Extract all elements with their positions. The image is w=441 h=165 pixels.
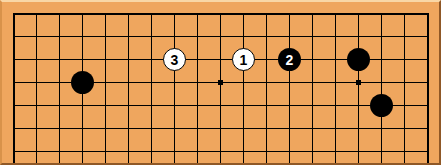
grid-line-horizontal (393, 36, 416, 37)
grid-line-horizontal (94, 105, 117, 106)
grid-line-horizontal (301, 13, 324, 15)
board-intersection (393, 25, 416, 48)
board-intersection (94, 48, 117, 71)
grid-line-horizontal (347, 105, 370, 106)
grid-line-horizontal (370, 59, 393, 60)
board-intersection (2, 2, 25, 25)
board-intersection (209, 25, 232, 48)
grid-line-horizontal (255, 128, 278, 129)
board-intersection (255, 94, 278, 117)
black-stone (347, 48, 370, 71)
board-intersection (278, 71, 301, 94)
board-intersection (48, 48, 71, 71)
board-intersection (163, 25, 186, 48)
board-intersection (117, 94, 140, 117)
board-intersection (255, 25, 278, 48)
grid-line-horizontal (278, 128, 301, 129)
move-number: 3 (171, 53, 179, 67)
board-intersection (71, 2, 94, 25)
board-intersection (71, 94, 94, 117)
grid-line-horizontal (117, 128, 140, 129)
grid-line-horizontal (48, 13, 71, 15)
grid-line-horizontal (94, 128, 117, 129)
board-intersection (370, 94, 393, 117)
grid-line-horizontal (117, 82, 140, 83)
black-stone (370, 94, 393, 117)
board-intersection (393, 71, 416, 94)
board-intersection (117, 25, 140, 48)
board-intersection (140, 25, 163, 48)
grid-line-horizontal (163, 13, 186, 15)
black-stone (71, 71, 94, 94)
board-intersection (71, 117, 94, 140)
board-intersection (71, 48, 94, 71)
board-intersection (25, 48, 48, 71)
grid-line-horizontal (140, 82, 163, 83)
board-intersection (140, 48, 163, 71)
board-intersection (94, 25, 117, 48)
grid-line-horizontal (232, 13, 255, 15)
grid-line-horizontal (416, 128, 429, 129)
grid-line-horizontal (25, 151, 48, 152)
grid-line-horizontal (416, 151, 429, 152)
board-intersection (186, 117, 209, 140)
grid-line-horizontal (301, 82, 324, 83)
grid-line-horizontal (71, 13, 94, 15)
board-intersection (324, 117, 347, 140)
board-intersection (324, 25, 347, 48)
board-intersection (278, 25, 301, 48)
board-intersection (416, 2, 439, 25)
grid-line-horizontal (25, 105, 48, 106)
board-intersection (278, 94, 301, 117)
grid-line-horizontal (13, 13, 26, 15)
board-intersection (232, 2, 255, 25)
board-grid: 312 (2, 2, 439, 163)
board-intersection (117, 117, 140, 140)
grid-line-horizontal (13, 36, 26, 37)
board-intersection (232, 140, 255, 163)
grid-line-horizontal (370, 128, 393, 129)
white-stone-move-3: 3 (163, 48, 186, 71)
grid-line-horizontal (209, 151, 232, 152)
grid-line-horizontal (347, 36, 370, 37)
grid-line-horizontal (232, 82, 255, 83)
grid-line-horizontal (25, 82, 48, 83)
board-intersection (117, 2, 140, 25)
board-intersection (278, 2, 301, 25)
grid-line-horizontal (71, 105, 94, 106)
board-intersection (255, 2, 278, 25)
board-intersection: 1 (232, 48, 255, 71)
grid-line-horizontal (347, 151, 370, 152)
grid-line-horizontal (324, 36, 347, 37)
board-intersection (232, 71, 255, 94)
grid-line-horizontal (393, 82, 416, 83)
board-intersection (347, 71, 370, 94)
board-intersection (278, 140, 301, 163)
star-point (356, 80, 361, 85)
board-intersection (25, 94, 48, 117)
board-intersection (94, 2, 117, 25)
grid-line-horizontal (13, 128, 26, 129)
grid-line-horizontal (255, 36, 278, 37)
board-intersection (370, 25, 393, 48)
grid-line-horizontal (278, 105, 301, 106)
go-diagram: 312 (0, 0, 441, 165)
black-stone-move-2: 2 (278, 48, 301, 71)
grid-line-horizontal (370, 82, 393, 83)
board-intersection (370, 48, 393, 71)
grid-line-horizontal (232, 36, 255, 37)
board-intersection (94, 71, 117, 94)
grid-line-horizontal (25, 13, 48, 15)
board-intersection (48, 2, 71, 25)
grid-line-horizontal (370, 13, 393, 15)
grid-line-horizontal (255, 105, 278, 106)
grid-line-horizontal (163, 128, 186, 129)
board-intersection (48, 94, 71, 117)
board-intersection (48, 140, 71, 163)
grid-line-horizontal (324, 82, 347, 83)
board-intersection (25, 25, 48, 48)
grid-line-horizontal (393, 128, 416, 129)
grid-line-horizontal (370, 36, 393, 37)
grid-line-horizontal (347, 128, 370, 129)
board-intersection (163, 71, 186, 94)
grid-line-horizontal (324, 151, 347, 152)
grid-line-horizontal (232, 128, 255, 129)
board-intersection (347, 94, 370, 117)
grid-line-horizontal (25, 59, 48, 60)
board-intersection (209, 2, 232, 25)
go-board: 312 (0, 0, 441, 165)
board-intersection (416, 25, 439, 48)
grid-line-horizontal (186, 128, 209, 129)
grid-line-horizontal (140, 36, 163, 37)
grid-line-horizontal (278, 13, 301, 15)
grid-line-horizontal (94, 13, 117, 15)
grid-line-horizontal (71, 151, 94, 152)
board-intersection (25, 2, 48, 25)
board-intersection (370, 2, 393, 25)
board-intersection (25, 140, 48, 163)
grid-line-horizontal (13, 105, 26, 106)
grid-line-horizontal (416, 13, 429, 15)
grid-line-horizontal (209, 59, 232, 60)
board-intersection (140, 71, 163, 94)
board-intersection (163, 117, 186, 140)
board-intersection (94, 117, 117, 140)
grid-line-horizontal (255, 59, 278, 60)
board-intersection (347, 25, 370, 48)
grid-line-horizontal (278, 151, 301, 152)
board-intersection (2, 25, 25, 48)
board-intersection (324, 48, 347, 71)
board-intersection (209, 71, 232, 94)
board-intersection (2, 71, 25, 94)
board-intersection (25, 71, 48, 94)
board-intersection (324, 94, 347, 117)
grid-line-horizontal (48, 128, 71, 129)
board-intersection (347, 48, 370, 71)
grid-line-horizontal (301, 59, 324, 60)
board-intersection (278, 117, 301, 140)
grid-line-horizontal (48, 151, 71, 152)
grid-line-horizontal (117, 105, 140, 106)
board-intersection: 2 (278, 48, 301, 71)
board-intersection (186, 94, 209, 117)
grid-line-horizontal (48, 36, 71, 37)
grid-line-horizontal (94, 82, 117, 83)
grid-line-horizontal (301, 105, 324, 106)
board-intersection (186, 2, 209, 25)
board-intersection (2, 140, 25, 163)
grid-line-horizontal (232, 105, 255, 106)
board-intersection (71, 140, 94, 163)
board-intersection (186, 25, 209, 48)
grid-line-horizontal (13, 82, 26, 83)
board-intersection (416, 140, 439, 163)
board-intersection (393, 48, 416, 71)
grid-line-horizontal (324, 105, 347, 106)
board-intersection (301, 25, 324, 48)
board-intersection (416, 71, 439, 94)
board-intersection (301, 117, 324, 140)
board-intersection (140, 117, 163, 140)
board-intersection (393, 2, 416, 25)
board-intersection (209, 94, 232, 117)
board-intersection (232, 117, 255, 140)
move-number: 2 (286, 53, 294, 67)
grid-line-horizontal (140, 13, 163, 15)
grid-line-horizontal (347, 13, 370, 15)
grid-line-horizontal (13, 59, 26, 60)
board-intersection (416, 117, 439, 140)
board-intersection (140, 140, 163, 163)
white-stone-move-1: 1 (232, 48, 255, 71)
board-intersection (393, 94, 416, 117)
grid-line-horizontal (117, 13, 140, 15)
grid-line-horizontal (186, 151, 209, 152)
board-intersection (416, 48, 439, 71)
board-intersection (48, 117, 71, 140)
grid-line-horizontal (301, 36, 324, 37)
board-intersection (71, 71, 94, 94)
board-intersection (232, 25, 255, 48)
grid-line-horizontal (140, 59, 163, 60)
board-intersection (324, 140, 347, 163)
board-intersection (94, 140, 117, 163)
board-intersection (416, 94, 439, 117)
grid-line-horizontal (324, 13, 347, 15)
board-intersection (370, 71, 393, 94)
grid-line-horizontal (48, 59, 71, 60)
board-intersection (186, 140, 209, 163)
grid-line-horizontal (186, 36, 209, 37)
board-intersection (117, 71, 140, 94)
grid-line-horizontal (255, 13, 278, 15)
board-intersection (48, 71, 71, 94)
grid-line-horizontal (301, 151, 324, 152)
board-intersection (140, 2, 163, 25)
board-intersection (140, 94, 163, 117)
grid-line-horizontal (324, 128, 347, 129)
board-intersection (2, 117, 25, 140)
board-intersection (2, 48, 25, 71)
board-intersection (186, 71, 209, 94)
board-intersection (301, 2, 324, 25)
board-intersection (370, 117, 393, 140)
grid-line-horizontal (140, 128, 163, 129)
board-intersection (117, 48, 140, 71)
grid-line-horizontal (393, 59, 416, 60)
board-intersection (186, 48, 209, 71)
grid-line-horizontal (209, 128, 232, 129)
grid-line-horizontal (393, 105, 416, 106)
grid-line-horizontal (163, 151, 186, 152)
grid-line-horizontal (393, 13, 416, 15)
board-intersection (209, 117, 232, 140)
star-point (218, 80, 223, 85)
grid-line-horizontal (186, 82, 209, 83)
grid-line-horizontal (163, 105, 186, 106)
grid-line-horizontal (278, 36, 301, 37)
grid-line-horizontal (48, 105, 71, 106)
board-intersection (347, 117, 370, 140)
board-intersection: 3 (163, 48, 186, 71)
board-intersection (255, 117, 278, 140)
grid-line-horizontal (25, 128, 48, 129)
grid-line-horizontal (117, 36, 140, 37)
board-intersection (370, 140, 393, 163)
grid-line-horizontal (416, 59, 429, 60)
grid-line-horizontal (209, 105, 232, 106)
board-intersection (255, 140, 278, 163)
board-intersection (301, 140, 324, 163)
grid-line-horizontal (393, 151, 416, 152)
grid-line-horizontal (416, 105, 429, 106)
grid-line-horizontal (163, 36, 186, 37)
grid-line-horizontal (163, 82, 186, 83)
grid-line-horizontal (13, 151, 26, 152)
board-intersection (301, 71, 324, 94)
board-intersection (71, 25, 94, 48)
grid-line-horizontal (278, 82, 301, 83)
board-intersection (324, 71, 347, 94)
grid-line-horizontal (140, 151, 163, 152)
move-number: 1 (240, 53, 248, 67)
grid-line-horizontal (186, 13, 209, 15)
grid-line-horizontal (94, 36, 117, 37)
grid-line-horizontal (186, 105, 209, 106)
grid-line-horizontal (209, 13, 232, 15)
board-intersection (2, 94, 25, 117)
grid-line-horizontal (48, 82, 71, 83)
board-intersection (301, 94, 324, 117)
grid-line-horizontal (255, 151, 278, 152)
grid-line-horizontal (140, 105, 163, 106)
grid-line-horizontal (117, 151, 140, 152)
grid-line-horizontal (71, 59, 94, 60)
grid-line-horizontal (416, 36, 429, 37)
grid-line-horizontal (416, 82, 429, 83)
grid-line-horizontal (186, 59, 209, 60)
board-intersection (393, 117, 416, 140)
board-intersection (25, 117, 48, 140)
grid-line-horizontal (94, 59, 117, 60)
board-intersection (255, 71, 278, 94)
grid-line-horizontal (209, 36, 232, 37)
grid-line-horizontal (71, 128, 94, 129)
grid-line-horizontal (25, 36, 48, 37)
board-intersection (48, 25, 71, 48)
board-intersection (393, 140, 416, 163)
grid-line-horizontal (301, 128, 324, 129)
grid-line-horizontal (370, 151, 393, 152)
board-intersection (94, 94, 117, 117)
grid-line-horizontal (71, 36, 94, 37)
board-intersection (232, 94, 255, 117)
grid-line-horizontal (94, 151, 117, 152)
grid-line-horizontal (255, 82, 278, 83)
grid-line-horizontal (232, 151, 255, 152)
grid-line-horizontal (324, 59, 347, 60)
board-intersection (209, 140, 232, 163)
board-intersection (163, 2, 186, 25)
grid-line-horizontal (117, 59, 140, 60)
board-intersection (117, 140, 140, 163)
board-intersection (255, 48, 278, 71)
board-intersection (324, 2, 347, 25)
board-intersection (347, 140, 370, 163)
board-intersection (209, 48, 232, 71)
board-intersection (163, 140, 186, 163)
board-intersection (347, 2, 370, 25)
board-intersection (301, 48, 324, 71)
board-intersection (163, 94, 186, 117)
